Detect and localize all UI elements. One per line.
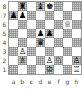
square-f1[interactable] bbox=[54, 65, 63, 74]
square-c2[interactable] bbox=[27, 56, 36, 65]
square-c8[interactable] bbox=[27, 2, 36, 11]
square-d8[interactable]: ♝ bbox=[36, 2, 45, 11]
square-f7[interactable] bbox=[54, 11, 63, 20]
rank-label-4: 4 bbox=[0, 38, 9, 47]
square-a6[interactable] bbox=[9, 20, 18, 29]
square-f4[interactable] bbox=[54, 38, 63, 47]
rank-label-3: 3 bbox=[0, 47, 9, 56]
square-b6[interactable] bbox=[18, 20, 27, 29]
square-a5[interactable] bbox=[9, 29, 18, 38]
rank-label-6: 6 bbox=[0, 20, 9, 29]
white-knight-icon: ♘ bbox=[55, 56, 63, 65]
square-f8[interactable] bbox=[54, 2, 63, 11]
black-pawn-icon: ♟ bbox=[19, 11, 27, 20]
black-pawn-icon: ♟ bbox=[46, 29, 54, 38]
file-labels: abcdefgh bbox=[9, 77, 81, 87]
square-g6[interactable]: ♕ bbox=[63, 20, 72, 29]
square-e1[interactable]: ♔ bbox=[45, 65, 54, 74]
square-a3[interactable] bbox=[9, 47, 18, 56]
square-g1[interactable] bbox=[63, 65, 72, 74]
square-f5[interactable] bbox=[54, 29, 63, 38]
square-c3[interactable] bbox=[27, 47, 36, 56]
square-g5[interactable] bbox=[63, 29, 72, 38]
file-label-b: b bbox=[18, 77, 27, 87]
rank-label-1: 1 bbox=[0, 65, 9, 74]
chess-board[interactable]: ♜♝♚♟♟♕♟♟♛♙♗♙♘♙♔♖ bbox=[9, 2, 81, 74]
square-c7[interactable] bbox=[27, 11, 36, 20]
white-bishop-icon: ♗ bbox=[19, 56, 27, 65]
square-h8[interactable] bbox=[72, 2, 81, 11]
file-label-g: g bbox=[63, 77, 72, 87]
white-rook-icon: ♖ bbox=[73, 65, 81, 74]
square-c1[interactable] bbox=[27, 65, 36, 74]
square-d4[interactable]: ♛ bbox=[36, 38, 45, 47]
white-king-icon: ♔ bbox=[46, 65, 54, 74]
file-label-e: e bbox=[45, 77, 54, 87]
square-f6[interactable] bbox=[54, 20, 63, 29]
square-h4[interactable] bbox=[72, 38, 81, 47]
square-b2[interactable]: ♗ bbox=[18, 56, 27, 65]
square-d3[interactable] bbox=[36, 47, 45, 56]
square-h7[interactable] bbox=[72, 11, 81, 20]
square-b5[interactable] bbox=[18, 29, 27, 38]
square-d7[interactable] bbox=[36, 11, 45, 20]
black-king-icon: ♚ bbox=[46, 2, 54, 11]
square-e5[interactable]: ♟ bbox=[45, 29, 54, 38]
square-b7[interactable]: ♟ bbox=[18, 11, 27, 20]
rank-label-7: 7 bbox=[0, 11, 9, 20]
square-e7[interactable] bbox=[45, 11, 54, 20]
square-b1[interactable] bbox=[18, 65, 27, 74]
square-g2[interactable] bbox=[63, 56, 72, 65]
square-h5[interactable] bbox=[72, 29, 81, 38]
file-label-f: f bbox=[54, 77, 63, 87]
square-d2[interactable] bbox=[36, 56, 45, 65]
square-g3[interactable] bbox=[63, 47, 72, 56]
square-c4[interactable] bbox=[27, 38, 36, 47]
square-g4[interactable] bbox=[63, 38, 72, 47]
rank-label-2: 2 bbox=[0, 56, 9, 65]
file-label-c: c bbox=[27, 77, 36, 87]
chess-diagram: 87654321 ♜♝♚♟♟♕♟♟♛♙♗♙♘♙♔♖ abcdefgh bbox=[0, 0, 82, 91]
square-e8[interactable]: ♚ bbox=[45, 2, 54, 11]
white-queen-icon: ♕ bbox=[64, 20, 72, 29]
square-a7[interactable]: ♟ bbox=[9, 11, 18, 20]
square-e4[interactable] bbox=[45, 38, 54, 47]
square-a2[interactable] bbox=[9, 56, 18, 65]
black-pawn-icon: ♟ bbox=[10, 11, 18, 20]
file-label-d: d bbox=[36, 77, 45, 87]
square-a1[interactable] bbox=[9, 65, 18, 74]
file-label-a: a bbox=[9, 77, 18, 87]
square-g8[interactable] bbox=[63, 2, 72, 11]
rank-label-5: 5 bbox=[0, 29, 9, 38]
square-c5[interactable] bbox=[27, 29, 36, 38]
black-queen-icon: ♛ bbox=[37, 38, 45, 47]
rank-label-8: 8 bbox=[0, 2, 9, 11]
square-c6[interactable] bbox=[27, 20, 36, 29]
square-h6[interactable] bbox=[72, 20, 81, 29]
square-a4[interactable] bbox=[9, 38, 18, 47]
black-bishop-icon: ♝ bbox=[37, 2, 45, 11]
square-f2[interactable]: ♘ bbox=[54, 56, 63, 65]
square-h1[interactable]: ♖ bbox=[72, 65, 81, 74]
square-d1[interactable] bbox=[36, 65, 45, 74]
file-label-h: h bbox=[72, 77, 81, 87]
rank-labels: 87654321 bbox=[0, 2, 9, 74]
